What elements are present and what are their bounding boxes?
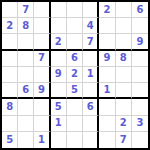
cell-r7c6[interactable]: 6 xyxy=(83,99,99,115)
given-digit: 5 xyxy=(55,102,62,112)
cell-r1c6[interactable] xyxy=(83,2,99,18)
cell-r6c9[interactable] xyxy=(132,83,148,99)
given-digit: 5 xyxy=(71,85,78,95)
given-digit: 2 xyxy=(55,37,62,47)
cell-r7c9[interactable] xyxy=(132,99,148,115)
given-digit: 7 xyxy=(120,135,127,145)
given-digit: 4 xyxy=(87,21,94,31)
cell-r5c6[interactable]: 1 xyxy=(83,67,99,83)
cell-r8c2[interactable] xyxy=(18,116,34,132)
cell-r6c7[interactable]: 1 xyxy=(99,83,115,99)
sudoku-board: 72628427976989216951856123517 xyxy=(0,0,150,150)
cell-r3c1[interactable] xyxy=(2,34,18,50)
cell-r5c5[interactable]: 2 xyxy=(67,67,83,83)
cell-r8c4[interactable]: 1 xyxy=(51,116,67,132)
cell-r1c9[interactable]: 6 xyxy=(132,2,148,18)
cell-r6c5[interactable]: 5 xyxy=(67,83,83,99)
cell-r8c1[interactable] xyxy=(2,116,18,132)
cell-r3c2[interactable] xyxy=(18,34,34,50)
cell-r2c6[interactable]: 4 xyxy=(83,18,99,34)
cell-r6c4[interactable] xyxy=(51,83,67,99)
cell-r7c4[interactable]: 5 xyxy=(51,99,67,115)
given-digit: 1 xyxy=(38,135,45,145)
cell-r6c3[interactable]: 9 xyxy=(34,83,50,99)
cell-r8c9[interactable]: 3 xyxy=(132,116,148,132)
cell-r6c8[interactable] xyxy=(116,83,132,99)
cell-r4c5[interactable]: 6 xyxy=(67,51,83,67)
cell-r7c3[interactable] xyxy=(34,99,50,115)
given-digit: 7 xyxy=(87,37,94,47)
cell-r1c3[interactable] xyxy=(34,2,50,18)
given-digit: 2 xyxy=(120,118,127,128)
cell-r4c7[interactable]: 9 xyxy=(99,51,115,67)
cell-r5c9[interactable] xyxy=(132,67,148,83)
cell-r9c1[interactable]: 5 xyxy=(2,132,18,148)
cell-r2c5[interactable] xyxy=(67,18,83,34)
cell-r4c8[interactable]: 8 xyxy=(116,51,132,67)
given-digit: 2 xyxy=(103,5,110,15)
given-digit: 5 xyxy=(6,135,13,145)
cell-r8c5[interactable] xyxy=(67,116,83,132)
given-digit: 6 xyxy=(136,5,143,15)
cell-r3c5[interactable] xyxy=(67,34,83,50)
given-digit: 2 xyxy=(6,21,13,31)
given-digit: 1 xyxy=(55,118,62,128)
cell-r3c7[interactable] xyxy=(99,34,115,50)
cell-r9c5[interactable] xyxy=(67,132,83,148)
cell-r5c1[interactable] xyxy=(2,67,18,83)
cell-r8c8[interactable]: 2 xyxy=(116,116,132,132)
cell-r7c1[interactable]: 8 xyxy=(2,99,18,115)
cell-r6c2[interactable]: 6 xyxy=(18,83,34,99)
given-digit: 7 xyxy=(38,53,45,63)
cell-r4c9[interactable] xyxy=(132,51,148,67)
cell-r1c7[interactable]: 2 xyxy=(99,2,115,18)
cell-r3c3[interactable] xyxy=(34,34,50,50)
cell-r9c6[interactable] xyxy=(83,132,99,148)
given-digit: 6 xyxy=(87,102,94,112)
cell-r3c9[interactable]: 9 xyxy=(132,34,148,50)
cell-r4c1[interactable] xyxy=(2,51,18,67)
given-digit: 9 xyxy=(38,85,45,95)
cell-r5c3[interactable] xyxy=(34,67,50,83)
cell-r1c4[interactable] xyxy=(51,2,67,18)
cell-r9c9[interactable] xyxy=(132,132,148,148)
given-digit: 8 xyxy=(22,21,29,31)
cell-r2c1[interactable]: 2 xyxy=(2,18,18,34)
cell-r5c8[interactable] xyxy=(116,67,132,83)
cell-r5c7[interactable] xyxy=(99,67,115,83)
cell-r7c2[interactable] xyxy=(18,99,34,115)
given-digit: 1 xyxy=(87,69,94,79)
cell-r5c2[interactable] xyxy=(18,67,34,83)
given-digit: 2 xyxy=(71,69,78,79)
cell-r9c3[interactable]: 1 xyxy=(34,132,50,148)
cell-r7c7[interactable] xyxy=(99,99,115,115)
cell-r6c1[interactable] xyxy=(2,83,18,99)
given-digit: 3 xyxy=(136,118,143,128)
cell-r4c2[interactable] xyxy=(18,51,34,67)
cell-r2c9[interactable] xyxy=(132,18,148,34)
cell-r8c7[interactable] xyxy=(99,116,115,132)
cell-r2c7[interactable] xyxy=(99,18,115,34)
cell-r1c8[interactable] xyxy=(116,2,132,18)
cell-r4c3[interactable]: 7 xyxy=(34,51,50,67)
cell-r1c1[interactable] xyxy=(2,2,18,18)
cell-r8c3[interactable] xyxy=(34,116,50,132)
cell-r2c3[interactable] xyxy=(34,18,50,34)
given-digit: 8 xyxy=(120,53,127,63)
cell-r6c6[interactable] xyxy=(83,83,99,99)
given-digit: 8 xyxy=(6,102,13,112)
given-digit: 6 xyxy=(22,85,29,95)
cell-r9c4[interactable] xyxy=(51,132,67,148)
cell-r4c4[interactable] xyxy=(51,51,67,67)
cell-r1c5[interactable] xyxy=(67,2,83,18)
given-digit: 9 xyxy=(103,53,110,63)
given-digit: 1 xyxy=(103,85,110,95)
cell-r3c6[interactable]: 7 xyxy=(83,34,99,50)
given-digit: 9 xyxy=(136,37,143,47)
cell-r2c8[interactable] xyxy=(116,18,132,34)
cell-r3c4[interactable]: 2 xyxy=(51,34,67,50)
cell-r9c7[interactable] xyxy=(99,132,115,148)
cell-r2c2[interactable]: 8 xyxy=(18,18,34,34)
cell-r8c6[interactable] xyxy=(83,116,99,132)
given-digit: 9 xyxy=(55,69,62,79)
cell-r7c5[interactable] xyxy=(67,99,83,115)
cell-r3c8[interactable] xyxy=(116,34,132,50)
cell-r9c8[interactable]: 7 xyxy=(116,132,132,148)
given-digit: 6 xyxy=(71,53,78,63)
cell-r9c2[interactable] xyxy=(18,132,34,148)
cell-r1c2[interactable]: 7 xyxy=(18,2,34,18)
cell-r7c8[interactable] xyxy=(116,99,132,115)
cell-r2c4[interactable] xyxy=(51,18,67,34)
cell-r5c4[interactable]: 9 xyxy=(51,67,67,83)
given-digit: 7 xyxy=(22,5,29,15)
cell-r4c6[interactable] xyxy=(83,51,99,67)
